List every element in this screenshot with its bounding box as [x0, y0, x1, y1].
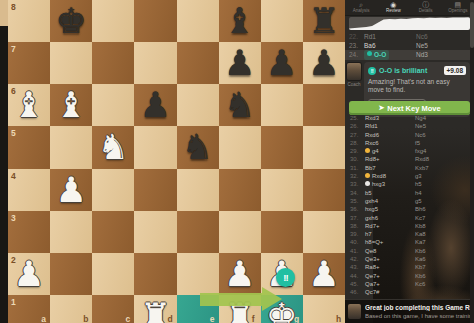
- rank-label-3: 3: [11, 213, 16, 223]
- piece-white-p-a2[interactable]: ♟: [8, 253, 50, 295]
- piece-black-p-g7[interactable]: ♟: [261, 42, 303, 84]
- square-d2[interactable]: [134, 253, 176, 295]
- square-e4[interactable]: [177, 169, 219, 211]
- piece-black-p-h7[interactable]: ♟: [303, 42, 345, 84]
- piece-black-k-b8[interactable]: ♚: [50, 0, 92, 42]
- piece-black-n-e5[interactable]: ♞: [177, 126, 219, 168]
- square-e6[interactable]: [177, 84, 219, 126]
- square-b5[interactable]: [50, 126, 92, 168]
- game-review-window: !! 87654321abcdefgh♚♝♜♟♟♟♝♝♟♞♞♞♟♟♟♟♟♜♜♚ …: [0, 0, 474, 323]
- analysis-sidebar: ⌕Analysis◉ReviewⓘDetails▤Openings 22.Rd1…: [345, 0, 474, 323]
- window-edge: [0, 0, 8, 323]
- square-h3[interactable]: [303, 211, 345, 253]
- square-d7[interactable]: [134, 42, 176, 84]
- piece-black-p-d6[interactable]: ♟: [134, 84, 176, 126]
- rank-label-5: 5: [11, 128, 16, 138]
- square-e8[interactable]: [177, 0, 219, 42]
- tab-review[interactable]: ◉Review: [377, 0, 409, 15]
- move-row-28[interactable]: 28.Rxc6f5: [347, 139, 474, 147]
- move-row-45[interactable]: 45.Qa7+Kc6: [347, 280, 474, 288]
- square-f4[interactable]: [219, 169, 261, 211]
- file-label-a: a: [41, 314, 46, 323]
- square-d8[interactable]: [134, 0, 176, 42]
- file-label-e: e: [210, 314, 215, 323]
- square-b2[interactable]: [50, 253, 92, 295]
- square-c8[interactable]: [92, 0, 134, 42]
- window-edge-notch: [0, 0, 8, 26]
- chess-board[interactable]: !! 87654321abcdefgh♚♝♜♟♟♟♝♝♟♞♞♞♟♟♟♟♟♜♜♚: [8, 0, 345, 323]
- move-row-26[interactable]: 26.Rfd1Ne5: [347, 122, 474, 130]
- square-f3[interactable]: [219, 211, 261, 253]
- square-g5[interactable]: [261, 126, 303, 168]
- move-row-35[interactable]: 35.gxh4g5: [347, 197, 474, 205]
- move-row-34[interactable]: 34.b5h4: [347, 189, 474, 197]
- coach-avatar-small: [348, 304, 361, 319]
- next-key-move-button[interactable]: ➤ Next Key Move: [349, 101, 470, 115]
- square-g6[interactable]: [261, 84, 303, 126]
- file-label-c: c: [125, 314, 130, 323]
- move-row-37[interactable]: 37.gxh6Kc7: [347, 214, 474, 222]
- next-icon: ➤: [378, 104, 384, 112]
- square-d3[interactable]: [134, 211, 176, 253]
- brilliant-dot-icon: [367, 51, 372, 56]
- summary-subtitle: Based on this game, I have some training…: [365, 313, 472, 319]
- current-move-list: 22.Rd1Nc623.Ba6Ne524.O-ONd3: [345, 32, 474, 60]
- coach-avatar: [347, 63, 361, 80]
- square-e7[interactable]: [177, 42, 219, 84]
- square-h5[interactable]: [303, 126, 345, 168]
- coach-comment-text: Amazing! That's not an easy move to find…: [368, 78, 466, 94]
- review-icon: ◉: [377, 1, 409, 8]
- piece-black-n-f6[interactable]: ♞: [219, 84, 261, 126]
- move-row-36[interactable]: 36.hxg5Bh6: [347, 205, 474, 213]
- move-row-27[interactable]: 27.Rxd6Nc6: [347, 131, 474, 139]
- file-label-h: h: [336, 314, 341, 323]
- move-arrow: [200, 293, 262, 306]
- brilliant-badge: !!: [276, 268, 295, 287]
- move-classification-icon: [365, 148, 370, 153]
- game-move-list[interactable]: 25.Rxd3Ng426.Rfd1Ne527.Rxd6Nc628.Rxc6f52…: [347, 114, 474, 300]
- move-row-23[interactable]: 23.Ba6Ne5: [345, 41, 474, 50]
- square-g3[interactable]: [261, 211, 303, 253]
- move-row-39[interactable]: 39.h7Ka8: [347, 230, 474, 238]
- tab-analysis[interactable]: ⌕Analysis: [345, 0, 377, 15]
- piece-white-p-f2[interactable]: ♟: [219, 253, 261, 295]
- file-label-b: b: [83, 314, 88, 323]
- square-g8[interactable]: [261, 0, 303, 42]
- square-h6[interactable]: [303, 84, 345, 126]
- piece-black-b-f8[interactable]: ♝: [219, 0, 261, 42]
- square-c2[interactable]: [92, 253, 134, 295]
- rank-label-8: 8: [11, 2, 16, 12]
- piece-white-b-a6[interactable]: ♝: [8, 84, 50, 126]
- move-row-22[interactable]: 22.Rd1Nc6: [345, 32, 474, 41]
- piece-black-p-f7[interactable]: ♟: [219, 42, 261, 84]
- move-row-24[interactable]: 24.O-ONd3: [345, 50, 474, 60]
- move-row-29[interactable]: 29.g4fxg4: [347, 147, 474, 155]
- rank-label-7: 7: [11, 44, 16, 54]
- square-c7[interactable]: [92, 42, 134, 84]
- square-e2[interactable]: [177, 253, 219, 295]
- square-b3[interactable]: [50, 211, 92, 253]
- piece-white-p-h2[interactable]: ♟: [303, 253, 345, 295]
- eval-graph[interactable]: [349, 17, 470, 30]
- piece-white-n-c5[interactable]: ♞: [92, 126, 134, 168]
- move-row-46[interactable]: 46.Qc7#: [347, 288, 474, 296]
- move-row-33[interactable]: 33.hxg3h5: [347, 180, 474, 188]
- review-summary-banner: Great job completing this Game Review Ba…: [345, 299, 474, 323]
- move-row-38[interactable]: 38.Rd7+Kb8: [347, 222, 474, 230]
- details-icon: ⓘ: [410, 1, 442, 8]
- move-row-25[interactable]: 25.Rxd3Ng4: [347, 114, 474, 122]
- piece-white-r-d1[interactable]: ♜: [134, 295, 176, 323]
- sidebar-tabs: ⌕Analysis◉ReviewⓘDetails▤Openings: [345, 0, 474, 16]
- piece-black-r-h8[interactable]: ♜: [303, 0, 345, 42]
- square-c6[interactable]: [92, 84, 134, 126]
- move-row-32[interactable]: 32.Rxd8g3: [347, 172, 474, 180]
- move-classification-icon: [365, 181, 370, 186]
- scrollbar-thumb[interactable]: [470, 2, 474, 48]
- summary-title: Great job completing this Game Review: [365, 304, 472, 311]
- square-d4[interactable]: [134, 169, 176, 211]
- move-row-42[interactable]: 42.Qe3+Ka6: [347, 255, 474, 263]
- coach-name: Coach: [347, 82, 361, 87]
- rank-label-1: 1: [11, 297, 16, 307]
- move-row-41[interactable]: 41.Qe8Kb6: [347, 247, 474, 255]
- rank-label-4: 4: [11, 171, 16, 181]
- move-row-30[interactable]: 30.Rd8+Rxd8: [347, 155, 474, 163]
- next-key-move-label: Next Key Move: [387, 104, 440, 113]
- move-classification-icon: [365, 173, 370, 178]
- square-d5[interactable]: [134, 126, 176, 168]
- move-arrow-head: [262, 287, 282, 311]
- square-e3[interactable]: [177, 211, 219, 253]
- square-h4[interactable]: [303, 169, 345, 211]
- brilliant-icon: !!: [368, 67, 376, 75]
- square-c4[interactable]: [92, 169, 134, 211]
- evaluation-badge: +9.08: [444, 66, 466, 75]
- move-row-40[interactable]: 40.h8=Q+Ka7: [347, 238, 474, 246]
- piece-white-p-b4[interactable]: ♟: [50, 169, 92, 211]
- square-g4[interactable]: [261, 169, 303, 211]
- move-row-31[interactable]: 31.Bb7Kxb7: [347, 164, 474, 172]
- square-c3[interactable]: [92, 211, 134, 253]
- analysis-icon: ⌕: [345, 1, 377, 8]
- tab-details[interactable]: ⓘDetails: [410, 0, 442, 15]
- move-row-44[interactable]: 44.Qe7+Kb6: [347, 272, 474, 280]
- square-b7[interactable]: [50, 42, 92, 84]
- sidebar-scrollbar[interactable]: [470, 0, 474, 323]
- move-row-43[interactable]: 43.Ra8+Kb7: [347, 263, 474, 271]
- piece-white-b-b6[interactable]: ♝: [50, 84, 92, 126]
- square-f5[interactable]: [219, 126, 261, 168]
- coach-headline: O-O is brilliant: [379, 67, 444, 74]
